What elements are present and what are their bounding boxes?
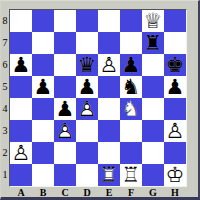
square-f2[interactable]	[120, 142, 142, 164]
black-pawn[interactable]: ♟	[32, 76, 54, 98]
square-e2[interactable]	[98, 142, 120, 164]
piece-glyph: ♙	[54, 120, 76, 142]
square-g7[interactable]: ♜	[142, 32, 164, 54]
white-rook[interactable]: ♜♖	[98, 164, 120, 186]
black-pawn[interactable]: ♟	[10, 54, 32, 76]
black-knight[interactable]: ♞	[120, 76, 142, 98]
square-a2[interactable]: ♟♙	[10, 142, 32, 164]
piece-glyph: ♘	[120, 98, 142, 120]
square-f3[interactable]	[120, 120, 142, 142]
square-h1[interactable]: ♚♔	[164, 164, 186, 186]
rank-label-4: 4	[1, 98, 9, 120]
square-h2[interactable]	[164, 142, 186, 164]
square-g5[interactable]	[142, 76, 164, 98]
square-b6[interactable]	[32, 54, 54, 76]
square-h5[interactable]: ♟	[164, 76, 186, 98]
square-d1[interactable]	[76, 164, 98, 186]
square-b1[interactable]	[32, 164, 54, 186]
white-king[interactable]: ♚♔	[164, 164, 186, 186]
square-a1[interactable]	[10, 164, 32, 186]
square-b3[interactable]	[32, 120, 54, 142]
square-c1[interactable]	[54, 164, 76, 186]
piece-glyph: ♚	[164, 54, 186, 76]
square-d6[interactable]: ♛	[76, 54, 98, 76]
square-e1[interactable]: ♜♖	[98, 164, 120, 186]
rank-label-7: 7	[1, 32, 9, 54]
square-h7[interactable]	[164, 32, 186, 54]
square-b4[interactable]	[32, 98, 54, 120]
square-c5[interactable]	[54, 76, 76, 98]
square-c2[interactable]	[54, 142, 76, 164]
piece-glyph: ♟	[32, 76, 54, 98]
piece-glyph: ♛	[76, 54, 98, 76]
square-e5[interactable]	[98, 76, 120, 98]
square-g4[interactable]	[142, 98, 164, 120]
piece-glyph: ♖	[120, 164, 142, 186]
square-a5[interactable]	[10, 76, 32, 98]
square-e8[interactable]	[98, 10, 120, 32]
square-c4[interactable]: ♟	[54, 98, 76, 120]
square-c8[interactable]	[54, 10, 76, 32]
square-d2[interactable]	[76, 142, 98, 164]
black-rook[interactable]: ♜	[142, 32, 164, 54]
file-label-e: E	[98, 188, 120, 199]
file-label-c: C	[54, 188, 76, 199]
piece-glyph: ♖	[98, 164, 120, 186]
piece-glyph: ♟	[164, 76, 186, 98]
board-frame: ♛♕♜♟♛♟♙♟♚♟♟♞♟♟♟♙♞♘♟♙♟♙♟♙♜♖♜♖♚♔ 87654321A…	[0, 0, 200, 200]
black-pawn[interactable]: ♟	[120, 54, 142, 76]
square-f1[interactable]: ♜♖	[120, 164, 142, 186]
square-a6[interactable]: ♟	[10, 54, 32, 76]
white-knight[interactable]: ♞♘	[120, 98, 142, 120]
square-d5[interactable]: ♟	[76, 76, 98, 98]
rank-label-6: 6	[1, 54, 9, 76]
black-pawn[interactable]: ♟	[164, 76, 186, 98]
square-f7[interactable]	[120, 32, 142, 54]
square-b2[interactable]	[32, 142, 54, 164]
square-g2[interactable]	[142, 142, 164, 164]
square-a8[interactable]	[10, 10, 32, 32]
file-label-g: G	[142, 188, 164, 199]
black-king[interactable]: ♚	[164, 54, 186, 76]
square-g3[interactable]	[142, 120, 164, 142]
square-b7[interactable]	[32, 32, 54, 54]
square-h3[interactable]: ♟♙	[164, 120, 186, 142]
white-pawn[interactable]: ♟♙	[10, 142, 32, 164]
piece-glyph: ♕	[142, 10, 164, 32]
square-g6[interactable]	[142, 54, 164, 76]
rank-label-5: 5	[1, 76, 9, 98]
square-b5[interactable]: ♟	[32, 76, 54, 98]
rank-label-8: 8	[1, 10, 9, 32]
square-d3[interactable]	[76, 120, 98, 142]
square-e3[interactable]	[98, 120, 120, 142]
rank-label-2: 2	[1, 142, 9, 164]
square-f5[interactable]: ♞	[120, 76, 142, 98]
square-a3[interactable]	[10, 120, 32, 142]
square-e7[interactable]	[98, 32, 120, 54]
piece-glyph: ♙	[10, 142, 32, 164]
piece-glyph: ♟	[54, 98, 76, 120]
piece-glyph: ♟	[10, 54, 32, 76]
piece-glyph: ♙	[164, 120, 186, 142]
square-f8[interactable]	[120, 10, 142, 32]
square-d4[interactable]: ♟♙	[76, 98, 98, 120]
square-h6[interactable]: ♚	[164, 54, 186, 76]
square-a7[interactable]	[10, 32, 32, 54]
rank-label-1: 1	[1, 164, 9, 186]
square-c6[interactable]	[54, 54, 76, 76]
square-b8[interactable]	[32, 10, 54, 32]
black-pawn[interactable]: ♟	[54, 98, 76, 120]
piece-glyph: ♞	[120, 76, 142, 98]
square-c3[interactable]: ♟♙	[54, 120, 76, 142]
file-label-f: F	[120, 188, 142, 199]
square-e4[interactable]	[98, 98, 120, 120]
white-pawn[interactable]: ♟♙	[164, 120, 186, 142]
black-pawn[interactable]: ♟	[76, 76, 98, 98]
square-g8[interactable]: ♛♕	[142, 10, 164, 32]
square-g1[interactable]	[142, 164, 164, 186]
square-d8[interactable]	[76, 10, 98, 32]
square-h4[interactable]	[164, 98, 186, 120]
square-f6[interactable]: ♟	[120, 54, 142, 76]
white-queen[interactable]: ♛♕	[142, 10, 164, 32]
file-label-b: B	[32, 188, 54, 199]
piece-glyph: ♜	[142, 32, 164, 54]
square-c7[interactable]	[54, 32, 76, 54]
file-label-a: A	[10, 188, 32, 199]
piece-glyph: ♟	[120, 54, 142, 76]
square-e6[interactable]: ♟♙	[98, 54, 120, 76]
piece-glyph: ♙	[98, 54, 120, 76]
piece-glyph: ♙	[76, 98, 98, 120]
square-a4[interactable]	[10, 98, 32, 120]
black-queen[interactable]: ♛	[76, 54, 98, 76]
square-d7[interactable]	[76, 32, 98, 54]
white-pawn[interactable]: ♟♙	[98, 54, 120, 76]
chess-board: ♛♕♜♟♛♟♙♟♚♟♟♞♟♟♟♙♞♘♟♙♟♙♟♙♜♖♜♖♚♔	[9, 9, 187, 187]
piece-glyph: ♟	[76, 76, 98, 98]
white-pawn[interactable]: ♟♙	[54, 120, 76, 142]
square-h8[interactable]	[164, 10, 186, 32]
square-f4[interactable]: ♞♘	[120, 98, 142, 120]
rank-label-3: 3	[1, 120, 9, 142]
piece-glyph: ♔	[164, 164, 186, 186]
white-rook[interactable]: ♜♖	[120, 164, 142, 186]
file-label-d: D	[76, 188, 98, 199]
file-label-h: H	[164, 188, 186, 199]
white-pawn[interactable]: ♟♙	[76, 98, 98, 120]
